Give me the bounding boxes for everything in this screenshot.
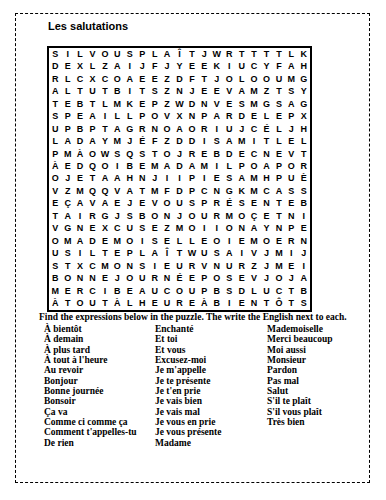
grid-cell: T <box>86 173 98 185</box>
grid-cell: L <box>298 135 310 147</box>
grid-cell: A <box>235 85 247 97</box>
grid-cell: P <box>186 185 198 197</box>
grid-cell: O <box>260 73 272 85</box>
word-list-item: Merci beaucoup <box>267 334 367 344</box>
grid-cell: I <box>223 235 235 247</box>
grid-cell: T <box>273 210 285 222</box>
grid-cell: E <box>61 285 73 297</box>
grid-cell: R <box>223 48 235 60</box>
word-list-item: Je vais bien <box>155 396 265 406</box>
grid-cell: A <box>61 135 73 147</box>
grid-cell: Q <box>99 185 111 197</box>
word-list-column-3: MademoiselleMerci beaucoupMoi aussiMonsi… <box>267 324 367 427</box>
grid-cell: E <box>211 85 223 97</box>
grid-cell: T <box>86 98 98 110</box>
grid-cell: I <box>223 60 235 72</box>
grid-cell: R <box>235 260 247 272</box>
grid-cell: U <box>285 173 297 185</box>
grid-cell: T <box>99 248 111 260</box>
grid-cell: É <box>173 273 185 285</box>
grid-cell: E <box>136 98 148 110</box>
grid-cell: E <box>285 260 297 272</box>
grid-cell: U <box>124 223 136 235</box>
grid-cell: V <box>49 185 61 197</box>
grid-cell: E <box>148 223 160 235</box>
grid-cell: N <box>148 123 160 135</box>
grid-cell: M <box>173 223 185 235</box>
grid-cell: O <box>86 148 98 160</box>
grid-cell: J <box>61 173 73 185</box>
grid-cell: I <box>161 173 173 185</box>
grid-cell: R <box>211 210 223 222</box>
grid-cell: E <box>211 173 223 185</box>
grid-cell: S <box>223 173 235 185</box>
grid-cell: M <box>273 248 285 260</box>
word-list-item: Comme ci comme ça <box>44 417 154 427</box>
grid-cell: O <box>161 123 173 135</box>
grid-cell: E <box>198 148 210 160</box>
grid-cell: J <box>111 273 123 285</box>
grid-cell: É <box>260 123 272 135</box>
grid-cell: L <box>248 285 260 297</box>
grid-cell: M <box>49 285 61 297</box>
grid-cell: A <box>211 110 223 122</box>
grid-cell: D <box>173 185 185 197</box>
grid-cell: E <box>136 198 148 210</box>
grid-cell: O <box>99 48 111 60</box>
grid-cell: D <box>173 160 185 172</box>
grid-cell: S <box>235 198 247 210</box>
grid-cell: N <box>285 210 297 222</box>
grid-cell: L <box>285 48 297 60</box>
grid-cell: O <box>148 110 160 122</box>
grid-cell: M <box>198 160 210 172</box>
grid-cell: A <box>186 160 198 172</box>
grid-cell: I <box>148 260 160 272</box>
grid-cell: A <box>273 185 285 197</box>
grid-cell: Q <box>86 160 98 172</box>
grid-cell: X <box>298 110 310 122</box>
grid-cell: S <box>211 248 223 260</box>
grid-cell: U <box>273 73 285 85</box>
grid-cell: V <box>111 185 123 197</box>
grid-cell: B <box>111 85 123 97</box>
grid-cell: U <box>223 123 235 135</box>
grid-cell: S <box>49 260 61 272</box>
grid-cell: O <box>124 273 136 285</box>
grid-cell: Y <box>260 223 272 235</box>
grid-cell: E <box>111 248 123 260</box>
grid-cell: I <box>124 85 136 97</box>
grid-cell: P <box>136 110 148 122</box>
grid-cell: D <box>173 73 185 85</box>
word-list-item: Moi aussi <box>267 345 367 355</box>
grid-cell: Ç <box>61 198 73 210</box>
grid-cell: I <box>198 173 210 185</box>
grid-cell: R <box>285 235 297 247</box>
grid-cell: G <box>223 185 235 197</box>
grid-cell: J <box>173 210 185 222</box>
grid-cell: L <box>99 98 111 110</box>
word-list-item: Pardon <box>267 365 367 375</box>
word-list-item: À demain <box>44 334 154 344</box>
grid-cell: A <box>161 48 173 60</box>
grid-cell: Z <box>161 73 173 85</box>
grid-cell: N <box>161 210 173 222</box>
grid-cell: E <box>136 160 148 172</box>
grid-cell: A <box>49 85 61 97</box>
grid-cell: B <box>298 285 310 297</box>
grid-cell: H <box>124 173 136 185</box>
grid-cell: U <box>49 123 61 135</box>
grid-cell: O <box>211 235 223 247</box>
grid-cell: J <box>198 48 210 60</box>
grid-cell: T <box>186 48 198 60</box>
grid-cell: C <box>248 148 260 160</box>
grid-cell: J <box>260 273 272 285</box>
grid-cell: H <box>260 173 272 185</box>
grid-cell: E <box>186 60 198 72</box>
grid-cell: E <box>198 235 210 247</box>
grid-cell: C <box>86 260 98 272</box>
word-list-item: S'il te plaît <box>267 396 367 406</box>
grid-cell: E <box>235 273 247 285</box>
grid-cell: S <box>235 98 247 110</box>
grid-cell: C <box>161 285 173 297</box>
grid-cell: E <box>273 110 285 122</box>
grid-cell: T <box>49 210 61 222</box>
grid-cell: N <box>136 173 148 185</box>
grid-cell: C <box>248 123 260 135</box>
grid-cell: Q <box>124 148 136 160</box>
grid-cell: M <box>74 185 86 197</box>
word-list-item: Au revoir <box>44 365 154 375</box>
grid-cell: O <box>61 273 73 285</box>
grid-cell: T <box>173 248 185 260</box>
grid-cell: S <box>186 198 198 210</box>
grid-cell: M <box>248 185 260 197</box>
grid-cell: A <box>74 198 86 210</box>
grid-cell: O <box>111 73 123 85</box>
grid-cell: U <box>49 248 61 260</box>
grid-cell: S <box>298 298 310 310</box>
grid-cell: J <box>260 248 272 260</box>
grid-cell: Z <box>161 135 173 147</box>
grid-cell: L <box>186 235 198 247</box>
grid-cell: E <box>198 85 210 97</box>
grid-cell: T <box>49 98 61 110</box>
word-list-column-1: À bientôtÀ demainÀ plus tardÀ tout à l'h… <box>44 324 154 448</box>
grid-cell: R <box>136 123 148 135</box>
grid-cell: O <box>148 210 160 222</box>
grid-cell: U <box>198 210 210 222</box>
grid-cell: B <box>49 273 61 285</box>
grid-cell: V <box>223 85 235 97</box>
grid-cell: U <box>86 298 98 310</box>
grid-cell: I <box>198 135 210 147</box>
word-list-item: Je m'appelle <box>155 365 265 375</box>
grid-cell: T <box>260 48 272 60</box>
grid-cell: I <box>61 48 73 60</box>
grid-cell: V <box>49 223 61 235</box>
word-list-item: Et vous <box>155 345 265 355</box>
word-list-item: À plus tard <box>44 345 154 355</box>
grid-cell: A <box>111 123 123 135</box>
word-list-item: Pas mal <box>267 376 367 386</box>
grid-cell: P <box>273 160 285 172</box>
grid-cell: M <box>99 260 111 272</box>
grid-cell: W <box>186 248 198 260</box>
grid-cell: A <box>124 73 136 85</box>
grid-cell: T <box>248 48 260 60</box>
grid-cell: L <box>273 123 285 135</box>
word-list-item: À tout à l'heure <box>44 355 154 365</box>
word-list-item: De rien <box>44 438 154 448</box>
word-list-item: Je t'en prie <box>155 386 265 396</box>
grid-cell: A <box>111 60 123 72</box>
grid-cell: B <box>74 123 86 135</box>
word-list-item: Mademoiselle <box>267 324 367 334</box>
grid-cell: D <box>235 110 247 122</box>
grid-cell: T <box>99 123 111 135</box>
grid-cell: À <box>111 298 123 310</box>
grid-cell: N <box>235 223 247 235</box>
grid-cell: S <box>148 235 160 247</box>
grid-cell: S <box>124 210 136 222</box>
grid-cell: A <box>148 248 160 260</box>
word-list-item: Je vous en prie <box>155 417 265 427</box>
grid-cell: O <box>211 273 223 285</box>
word-list-item: Madame <box>155 438 265 448</box>
grid-cell: E <box>74 173 86 185</box>
grid-cell: X <box>86 73 98 85</box>
grid-cell: M <box>61 235 73 247</box>
grid-cell: I <box>99 285 111 297</box>
grid-cell: D <box>86 235 98 247</box>
grid-cell: J <box>211 73 223 85</box>
grid-cell: U <box>173 260 185 272</box>
grid-cell: C <box>273 285 285 297</box>
grid-cell: B <box>124 160 136 172</box>
grid-cell: I <box>111 160 123 172</box>
grid-cell: S <box>285 85 297 97</box>
grid-cell: X <box>74 260 86 272</box>
grid-cell: K <box>124 98 136 110</box>
grid-cell: S <box>49 48 61 60</box>
grid-cell: M <box>111 235 123 247</box>
grid-cell: A <box>99 173 111 185</box>
grid-cell: E <box>49 198 61 210</box>
grid-cell: E <box>248 110 260 122</box>
grid-cell: H <box>136 298 148 310</box>
word-list-item: Monsieur <box>267 355 367 365</box>
grid-cell: E <box>273 148 285 160</box>
grid-cell: O <box>111 260 123 272</box>
grid-cell: N <box>173 85 185 97</box>
grid-cell: F <box>186 73 198 85</box>
grid-cell: E <box>198 60 210 72</box>
grid-cell: S <box>273 98 285 110</box>
grid-cell: N <box>273 223 285 235</box>
grid-cell: V <box>285 148 297 160</box>
grid-cell: S <box>124 48 136 60</box>
grid-cell: V <box>86 48 98 60</box>
grid-cell: E <box>235 298 247 310</box>
grid-cell: S <box>61 248 73 260</box>
grid-cell: Z <box>61 185 73 197</box>
grid-cell: J <box>173 148 185 160</box>
grid-cell: À <box>198 298 210 310</box>
grid-cell: P <box>136 48 148 60</box>
grid-cell: T <box>198 73 210 85</box>
grid-cell: C <box>86 285 98 297</box>
grid-cell: L <box>124 298 136 310</box>
grid-cell: D <box>173 135 185 147</box>
grid-cell: L <box>124 110 136 122</box>
grid-cell: À <box>49 160 61 172</box>
grid-cell: G <box>298 98 310 110</box>
grid-cell: E <box>74 110 86 122</box>
grid-cell: S <box>298 185 310 197</box>
grid-cell: R <box>186 148 198 160</box>
grid-cell: U <box>86 85 98 97</box>
grid-cell: M <box>248 98 260 110</box>
grid-cell: I <box>74 248 86 260</box>
word-list-item: À bientôt <box>44 324 154 334</box>
grid-cell: E <box>260 210 272 222</box>
grid-cell: D <box>49 60 61 72</box>
grid-cell: F <box>273 60 285 72</box>
grid-cell: M <box>285 73 297 85</box>
grid-cell: L <box>111 110 123 122</box>
grid-cell: U <box>111 48 123 60</box>
grid-cell: E <box>298 223 310 235</box>
grid-cell: O <box>186 210 198 222</box>
grid-cell: U <box>161 298 173 310</box>
grid-cell: U <box>223 260 235 272</box>
grid-cell: P <box>285 110 297 122</box>
grid-cell: Z <box>99 60 111 72</box>
grid-cell: A <box>136 285 148 297</box>
grid-cell: J <box>124 135 136 147</box>
grid-cell: E <box>61 60 73 72</box>
grid-cell: U <box>173 198 185 210</box>
grid-cell: P <box>61 110 73 122</box>
grid-cell: R <box>198 123 210 135</box>
grid-cell: E <box>248 198 260 210</box>
grid-cell: P <box>273 173 285 185</box>
grid-cell: W <box>211 48 223 60</box>
grid-cell: E <box>61 98 73 110</box>
grid-cell: M <box>248 85 260 97</box>
word-list-column-2: EnchantéEt toiEt vousExcusez-moiJe m'app… <box>155 324 265 448</box>
grid-cell: M <box>235 135 247 147</box>
grid-cell: N <box>74 273 86 285</box>
grid-cell: A <box>111 173 123 185</box>
instructions: Find the expressions below in the puzzle… <box>39 312 371 322</box>
grid-cell: P <box>198 285 210 297</box>
grid-cell: H <box>298 123 310 135</box>
grid-cell: È <box>298 173 310 185</box>
grid-cell: J <box>285 123 297 135</box>
grid-cell: K <box>211 60 223 72</box>
grid-cell: É <box>136 135 148 147</box>
grid-cell: Î <box>161 248 173 260</box>
grid-cell: S <box>148 85 160 97</box>
grid-cell: I <box>198 223 210 235</box>
grid-cell: C <box>260 185 272 197</box>
grid-cell: L <box>61 73 73 85</box>
grid-cell: E <box>186 298 198 310</box>
grid-cell: O <box>161 148 173 160</box>
grid-cell: N <box>298 235 310 247</box>
grid-cell: L <box>148 48 160 60</box>
grid-cell: P <box>124 248 136 260</box>
grid-cell: A <box>74 235 86 247</box>
grid-cell: D <box>235 285 247 297</box>
grid-cell: T <box>99 298 111 310</box>
grid-cell: S <box>223 273 235 285</box>
grid-cell: T <box>273 48 285 60</box>
grid-cell: Î <box>173 48 185 60</box>
grid-cell: V <box>148 198 160 210</box>
word-list-item: Excusez-moi <box>155 355 265 365</box>
grid-cell: J <box>298 248 310 260</box>
grid-cell: V <box>211 98 223 110</box>
grid-cell: O <box>161 198 173 210</box>
grid-cell: A <box>86 110 98 122</box>
grid-cell: B <box>211 285 223 297</box>
grid-cell: A <box>285 60 297 72</box>
grid-cell: O <box>273 273 285 285</box>
grid-cell: O <box>49 235 61 247</box>
grid-cell: N <box>86 273 98 285</box>
grid-cell: N <box>161 273 173 285</box>
grid-cell: P <box>186 173 198 185</box>
grid-cell: B <box>111 285 123 297</box>
grid-cell: T <box>235 48 247 60</box>
grid-cell: L <box>86 60 98 72</box>
grid-cell: L <box>223 160 235 172</box>
grid-cell: I <box>298 210 310 222</box>
grid-cell: R <box>186 260 198 272</box>
word-list-item: S'il vous plaît <box>267 407 367 417</box>
grid-cell: I <box>99 110 111 122</box>
grid-cell: A <box>223 248 235 260</box>
grid-cell: I <box>235 248 247 260</box>
grid-cell: P <box>49 148 61 160</box>
grid-cell: G <box>99 210 111 222</box>
grid-cell: N <box>211 185 223 197</box>
grid-cell: C <box>198 185 210 197</box>
grid-cell: T <box>260 135 272 147</box>
grid-cell: G <box>61 223 73 235</box>
grid-cell: X <box>99 223 111 235</box>
grid-cell: R <box>173 298 185 310</box>
word-list-item: Je vous présente <box>155 427 265 437</box>
grid-cell: Z <box>161 223 173 235</box>
grid-cell: H <box>298 60 310 72</box>
grid-cell: I <box>173 173 185 185</box>
grid-cell: L <box>235 73 247 85</box>
grid-cell: R <box>74 285 86 297</box>
grid-cell: K <box>298 48 310 60</box>
grid-cell: T <box>61 260 73 272</box>
grid-cell: Q <box>86 185 98 197</box>
grid-cell: Z <box>260 85 272 97</box>
grid-cell: Z <box>248 260 260 272</box>
grid-cell: D <box>186 135 198 147</box>
